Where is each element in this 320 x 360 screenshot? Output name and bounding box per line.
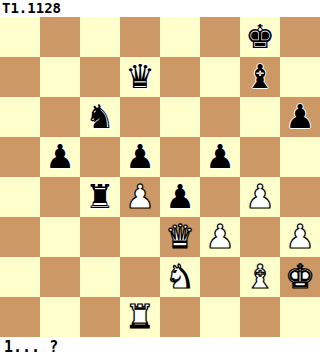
square-b8[interactable] xyxy=(40,17,80,57)
square-f3[interactable]: ♟ xyxy=(200,217,240,257)
square-b4[interactable] xyxy=(40,177,80,217)
square-h7[interactable] xyxy=(280,57,320,97)
white-pawn-piece: ♟ xyxy=(245,180,275,213)
square-e1[interactable] xyxy=(160,297,200,337)
black-pawn-piece: ♟ xyxy=(45,140,75,173)
square-h5[interactable] xyxy=(280,137,320,177)
square-g8[interactable]: ♚ xyxy=(240,17,280,57)
square-e2[interactable]: ♞ xyxy=(160,257,200,297)
square-c4[interactable]: ♜ xyxy=(80,177,120,217)
square-f7[interactable] xyxy=(200,57,240,97)
square-c7[interactable] xyxy=(80,57,120,97)
black-bishop-piece: ♝ xyxy=(245,60,275,93)
white-rook-piece: ♜ xyxy=(125,300,155,333)
square-b5[interactable]: ♟ xyxy=(40,137,80,177)
square-e6[interactable] xyxy=(160,97,200,137)
square-c5[interactable] xyxy=(80,137,120,177)
white-queen-piece: ♛ xyxy=(165,220,195,253)
square-d2[interactable] xyxy=(120,257,160,297)
square-c6[interactable]: ♞ xyxy=(80,97,120,137)
square-a5[interactable] xyxy=(0,137,40,177)
square-b3[interactable] xyxy=(40,217,80,257)
square-g5[interactable] xyxy=(240,137,280,177)
black-pawn-piece: ♟ xyxy=(205,140,235,173)
square-d5[interactable]: ♟ xyxy=(120,137,160,177)
square-d3[interactable] xyxy=(120,217,160,257)
square-h2[interactable]: ♚ xyxy=(280,257,320,297)
black-rook-piece: ♜ xyxy=(85,180,115,213)
square-a6[interactable] xyxy=(0,97,40,137)
square-g6[interactable] xyxy=(240,97,280,137)
white-knight-piece: ♞ xyxy=(165,260,195,293)
square-b2[interactable] xyxy=(40,257,80,297)
square-g7[interactable]: ♝ xyxy=(240,57,280,97)
puzzle-window: T1.1128 ♚♛♝♞♟♟♟♟♜♟♟♟♛♟♟♞♝♚♜ 1... ? xyxy=(0,0,320,360)
black-king-piece: ♚ xyxy=(245,20,275,53)
black-pawn-piece: ♟ xyxy=(285,100,315,133)
black-pawn-piece: ♟ xyxy=(125,140,155,173)
square-h4[interactable] xyxy=(280,177,320,217)
square-a8[interactable] xyxy=(0,17,40,57)
square-e7[interactable] xyxy=(160,57,200,97)
square-c8[interactable] xyxy=(80,17,120,57)
square-h3[interactable]: ♟ xyxy=(280,217,320,257)
square-e4[interactable]: ♟ xyxy=(160,177,200,217)
square-f4[interactable] xyxy=(200,177,240,217)
square-e3[interactable]: ♛ xyxy=(160,217,200,257)
square-d1[interactable]: ♜ xyxy=(120,297,160,337)
square-g3[interactable] xyxy=(240,217,280,257)
chess-board: ♚♛♝♞♟♟♟♟♜♟♟♟♛♟♟♞♝♚♜ xyxy=(0,17,320,337)
white-bishop-piece: ♝ xyxy=(245,260,275,293)
move-prompt: 1... ? xyxy=(0,337,320,360)
square-e8[interactable] xyxy=(160,17,200,57)
square-b6[interactable] xyxy=(40,97,80,137)
black-queen-piece: ♛ xyxy=(125,60,155,93)
square-g2[interactable]: ♝ xyxy=(240,257,280,297)
square-c2[interactable] xyxy=(80,257,120,297)
white-pawn-piece: ♟ xyxy=(125,180,155,213)
square-h1[interactable] xyxy=(280,297,320,337)
square-a2[interactable] xyxy=(0,257,40,297)
square-h6[interactable]: ♟ xyxy=(280,97,320,137)
white-pawn-piece: ♟ xyxy=(285,220,315,253)
square-a3[interactable] xyxy=(0,217,40,257)
square-e5[interactable] xyxy=(160,137,200,177)
black-knight-piece: ♞ xyxy=(85,100,115,133)
square-a4[interactable] xyxy=(0,177,40,217)
white-pawn-piece: ♟ xyxy=(205,220,235,253)
puzzle-id: T1.1128 xyxy=(0,0,320,17)
square-f5[interactable]: ♟ xyxy=(200,137,240,177)
square-b7[interactable] xyxy=(40,57,80,97)
square-h8[interactable] xyxy=(280,17,320,57)
square-c1[interactable] xyxy=(80,297,120,337)
square-a7[interactable] xyxy=(0,57,40,97)
square-g4[interactable]: ♟ xyxy=(240,177,280,217)
square-d6[interactable] xyxy=(120,97,160,137)
square-f6[interactable] xyxy=(200,97,240,137)
square-g1[interactable] xyxy=(240,297,280,337)
black-pawn-piece: ♟ xyxy=(165,180,195,213)
square-f1[interactable] xyxy=(200,297,240,337)
square-b1[interactable] xyxy=(40,297,80,337)
square-a1[interactable] xyxy=(0,297,40,337)
square-f2[interactable] xyxy=(200,257,240,297)
square-d7[interactable]: ♛ xyxy=(120,57,160,97)
square-c3[interactable] xyxy=(80,217,120,257)
white-king-piece: ♚ xyxy=(285,260,315,293)
square-d8[interactable] xyxy=(120,17,160,57)
square-d4[interactable]: ♟ xyxy=(120,177,160,217)
square-f8[interactable] xyxy=(200,17,240,57)
